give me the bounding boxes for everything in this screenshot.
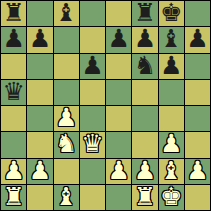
piece-black-pawn[interactable]: ♟ bbox=[2, 27, 24, 51]
piece-white-bishop[interactable]: ♝ bbox=[160, 159, 182, 183]
piece-white-knight[interactable]: ♞ bbox=[55, 132, 77, 156]
chess-board: ♜♝♜♚♟♟♟♟♝♟♟♞♟♛♟♞♛♟♟♟♟♟♝♟♜♝♜♚ bbox=[0, 0, 211, 211]
square-g8[interactable]: ♚ bbox=[159, 1, 184, 26]
square-e8[interactable] bbox=[106, 1, 131, 26]
piece-white-pawn[interactable]: ♟ bbox=[107, 159, 129, 183]
square-c5[interactable] bbox=[54, 80, 79, 105]
square-b2[interactable]: ♟ bbox=[27, 159, 52, 184]
square-e2[interactable]: ♟ bbox=[106, 159, 131, 184]
square-h2[interactable]: ♟ bbox=[185, 159, 210, 184]
square-d8[interactable] bbox=[80, 1, 105, 26]
piece-white-rook[interactable]: ♜ bbox=[2, 185, 24, 209]
square-d2[interactable] bbox=[80, 159, 105, 184]
piece-white-pawn[interactable]: ♟ bbox=[29, 159, 51, 183]
square-a5[interactable]: ♛ bbox=[1, 80, 26, 105]
piece-black-queen[interactable]: ♛ bbox=[2, 80, 24, 104]
square-d1[interactable] bbox=[80, 185, 105, 210]
square-a6[interactable] bbox=[1, 54, 26, 79]
square-h4[interactable] bbox=[185, 106, 210, 131]
square-c3[interactable]: ♞ bbox=[54, 132, 79, 157]
square-c2[interactable] bbox=[54, 159, 79, 184]
square-g1[interactable]: ♚ bbox=[159, 185, 184, 210]
square-e4[interactable] bbox=[106, 106, 131, 131]
square-e3[interactable] bbox=[106, 132, 131, 157]
square-g7[interactable]: ♝ bbox=[159, 27, 184, 52]
piece-white-bishop[interactable]: ♝ bbox=[55, 185, 77, 209]
square-h1[interactable] bbox=[185, 185, 210, 210]
square-f3[interactable] bbox=[132, 132, 157, 157]
piece-black-pawn[interactable]: ♟ bbox=[160, 54, 182, 78]
square-a3[interactable] bbox=[1, 132, 26, 157]
square-h8[interactable] bbox=[185, 1, 210, 26]
square-c4[interactable]: ♟ bbox=[54, 106, 79, 131]
piece-black-bishop[interactable]: ♝ bbox=[160, 27, 182, 51]
piece-white-pawn[interactable]: ♟ bbox=[134, 159, 156, 183]
square-a2[interactable]: ♟ bbox=[1, 159, 26, 184]
square-b6[interactable] bbox=[27, 54, 52, 79]
square-b8[interactable] bbox=[27, 1, 52, 26]
square-b3[interactable] bbox=[27, 132, 52, 157]
piece-black-knight[interactable]: ♞ bbox=[134, 54, 156, 78]
piece-white-pawn[interactable]: ♟ bbox=[186, 159, 208, 183]
piece-black-pawn[interactable]: ♟ bbox=[134, 27, 156, 51]
square-b1[interactable] bbox=[27, 185, 52, 210]
square-d7[interactable] bbox=[80, 27, 105, 52]
square-g3[interactable]: ♟ bbox=[159, 132, 184, 157]
square-c8[interactable]: ♝ bbox=[54, 1, 79, 26]
square-d4[interactable] bbox=[80, 106, 105, 131]
square-g2[interactable]: ♝ bbox=[159, 159, 184, 184]
piece-white-king[interactable]: ♚ bbox=[160, 185, 182, 209]
piece-black-pawn[interactable]: ♟ bbox=[29, 27, 51, 51]
square-a7[interactable]: ♟ bbox=[1, 27, 26, 52]
square-f7[interactable]: ♟ bbox=[132, 27, 157, 52]
square-d5[interactable] bbox=[80, 80, 105, 105]
square-f6[interactable]: ♞ bbox=[132, 54, 157, 79]
piece-black-rook[interactable]: ♜ bbox=[2, 1, 24, 25]
piece-black-rook[interactable]: ♜ bbox=[134, 1, 156, 25]
square-f1[interactable]: ♜ bbox=[132, 185, 157, 210]
square-b7[interactable]: ♟ bbox=[27, 27, 52, 52]
square-h3[interactable] bbox=[185, 132, 210, 157]
square-h5[interactable] bbox=[185, 80, 210, 105]
square-a8[interactable]: ♜ bbox=[1, 1, 26, 26]
square-b4[interactable] bbox=[27, 106, 52, 131]
piece-black-king[interactable]: ♚ bbox=[160, 1, 182, 25]
square-e1[interactable] bbox=[106, 185, 131, 210]
square-e6[interactable] bbox=[106, 54, 131, 79]
square-f4[interactable] bbox=[132, 106, 157, 131]
piece-black-bishop[interactable]: ♝ bbox=[55, 1, 77, 25]
piece-white-queen[interactable]: ♛ bbox=[81, 132, 103, 156]
square-f5[interactable] bbox=[132, 80, 157, 105]
square-f8[interactable]: ♜ bbox=[132, 1, 157, 26]
square-e7[interactable]: ♟ bbox=[106, 27, 131, 52]
square-a4[interactable] bbox=[1, 106, 26, 131]
square-c7[interactable] bbox=[54, 27, 79, 52]
piece-white-pawn[interactable]: ♟ bbox=[160, 132, 182, 156]
square-g4[interactable] bbox=[159, 106, 184, 131]
piece-white-rook[interactable]: ♜ bbox=[134, 185, 156, 209]
square-d3[interactable]: ♛ bbox=[80, 132, 105, 157]
piece-black-pawn[interactable]: ♟ bbox=[81, 54, 103, 78]
piece-white-pawn[interactable]: ♟ bbox=[55, 106, 77, 130]
square-g5[interactable] bbox=[159, 80, 184, 105]
square-g6[interactable]: ♟ bbox=[159, 54, 184, 79]
square-h7[interactable]: ♟ bbox=[185, 27, 210, 52]
piece-black-pawn[interactable]: ♟ bbox=[107, 27, 129, 51]
square-d6[interactable]: ♟ bbox=[80, 54, 105, 79]
square-a1[interactable]: ♜ bbox=[1, 185, 26, 210]
square-h6[interactable] bbox=[185, 54, 210, 79]
piece-black-pawn[interactable]: ♟ bbox=[186, 27, 208, 51]
piece-white-pawn[interactable]: ♟ bbox=[2, 159, 24, 183]
square-c1[interactable]: ♝ bbox=[54, 185, 79, 210]
square-e5[interactable] bbox=[106, 80, 131, 105]
square-b5[interactable] bbox=[27, 80, 52, 105]
square-c6[interactable] bbox=[54, 54, 79, 79]
square-f2[interactable]: ♟ bbox=[132, 159, 157, 184]
